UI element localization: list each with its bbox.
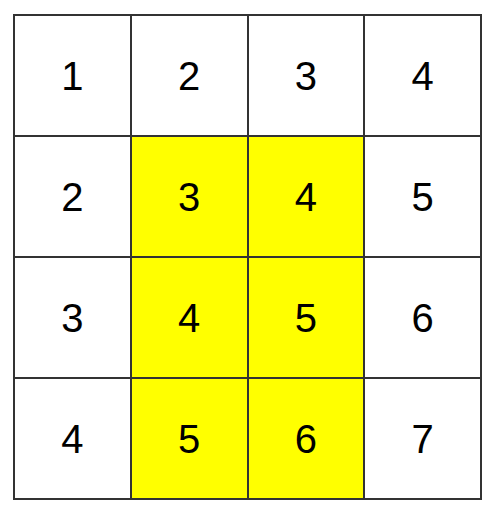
grid-cell-r2c3: 4 [249,137,364,256]
number-grid: 1234234534564567 [13,14,482,500]
grid-cell-r3c2: 4 [132,258,247,377]
grid-cell-r2c2: 3 [132,137,247,256]
grid-cell-r1c2: 2 [132,16,247,135]
grid-cell-r4c2: 5 [132,379,247,498]
grid-cell-r3c4: 6 [365,258,480,377]
grid-cell-r1c3: 3 [249,16,364,135]
grid-cell-r1c4: 4 [365,16,480,135]
grid-cell-r4c3: 6 [249,379,364,498]
grid-cell-r2c1: 2 [15,137,130,256]
grid-cell-r2c4: 5 [365,137,480,256]
grid-cell-r3c3: 5 [249,258,364,377]
grid-cell-r4c4: 7 [365,379,480,498]
grid-cell-r3c1: 3 [15,258,130,377]
grid-cell-r1c1: 1 [15,16,130,135]
grid-cell-r4c1: 4 [15,379,130,498]
worksheet-canvas: 1234234534564567 [0,0,499,515]
